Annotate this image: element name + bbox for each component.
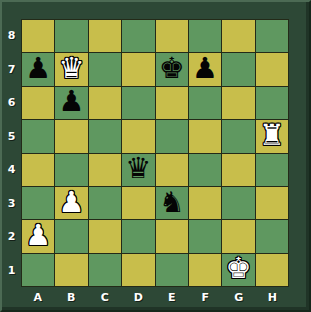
square-h8[interactable] bbox=[256, 20, 288, 52]
square-e5[interactable] bbox=[156, 120, 188, 152]
chess-board[interactable]: ♟♛♚♟♟♜♛♟♞♟♚ bbox=[21, 19, 289, 287]
file-label-b: B bbox=[55, 287, 89, 307]
square-g1[interactable]: ♚ bbox=[222, 254, 254, 286]
square-e1[interactable] bbox=[156, 254, 188, 286]
square-f6[interactable] bbox=[189, 87, 221, 119]
rank-label-4: 4 bbox=[2, 153, 21, 187]
rank-label-7: 7 bbox=[2, 53, 21, 87]
file-label-f: F bbox=[189, 287, 223, 307]
square-g8[interactable] bbox=[222, 20, 254, 52]
square-b8[interactable] bbox=[55, 20, 87, 52]
square-e4[interactable] bbox=[156, 154, 188, 186]
square-h5[interactable]: ♜ bbox=[256, 120, 288, 152]
piece-black-queen[interactable]: ♛ bbox=[125, 154, 151, 183]
square-g3[interactable] bbox=[222, 187, 254, 219]
square-e2[interactable] bbox=[156, 220, 188, 252]
square-g7[interactable] bbox=[222, 53, 254, 85]
board-frame: 87654321 ♟♛♚♟♟♜♛♟♞♟♚ ABCDEFGH bbox=[2, 2, 309, 310]
square-d1[interactable] bbox=[122, 254, 154, 286]
square-b7[interactable]: ♛ bbox=[55, 53, 87, 85]
file-label-a: A bbox=[21, 287, 55, 307]
square-g2[interactable] bbox=[222, 220, 254, 252]
piece-white-queen[interactable]: ♛ bbox=[59, 54, 85, 83]
piece-black-knight[interactable]: ♞ bbox=[159, 188, 185, 217]
square-h7[interactable] bbox=[256, 53, 288, 85]
rank-label-3: 3 bbox=[2, 187, 21, 221]
square-b2[interactable] bbox=[55, 220, 87, 252]
piece-white-rook[interactable]: ♜ bbox=[259, 121, 285, 150]
square-a7[interactable]: ♟ bbox=[22, 53, 54, 85]
square-c8[interactable] bbox=[89, 20, 121, 52]
square-c1[interactable] bbox=[89, 254, 121, 286]
square-e3[interactable]: ♞ bbox=[156, 187, 188, 219]
square-f2[interactable] bbox=[189, 220, 221, 252]
file-label-d: D bbox=[122, 287, 156, 307]
square-b4[interactable] bbox=[55, 154, 87, 186]
square-f1[interactable] bbox=[189, 254, 221, 286]
piece-black-pawn[interactable]: ♟ bbox=[59, 87, 85, 116]
square-c5[interactable] bbox=[89, 120, 121, 152]
file-label-h: H bbox=[256, 287, 290, 307]
square-c6[interactable] bbox=[89, 87, 121, 119]
square-c4[interactable] bbox=[89, 154, 121, 186]
file-label-c: C bbox=[88, 287, 122, 307]
chess-board-window: 87654321 ♟♛♚♟♟♜♛♟♞♟♚ ABCDEFGH bbox=[0, 0, 311, 312]
square-g5[interactable] bbox=[222, 120, 254, 152]
piece-white-pawn[interactable]: ♟ bbox=[59, 188, 85, 217]
rank-labels: 87654321 bbox=[2, 19, 21, 287]
square-b1[interactable] bbox=[55, 254, 87, 286]
rank-label-1: 1 bbox=[2, 254, 21, 288]
square-a4[interactable] bbox=[22, 154, 54, 186]
square-e6[interactable] bbox=[156, 87, 188, 119]
rank-label-6: 6 bbox=[2, 86, 21, 120]
square-c2[interactable] bbox=[89, 220, 121, 252]
square-a5[interactable] bbox=[22, 120, 54, 152]
square-h2[interactable] bbox=[256, 220, 288, 252]
piece-black-pawn[interactable]: ♟ bbox=[192, 54, 218, 83]
square-d5[interactable] bbox=[122, 120, 154, 152]
square-d8[interactable] bbox=[122, 20, 154, 52]
square-f3[interactable] bbox=[189, 187, 221, 219]
square-b6[interactable]: ♟ bbox=[55, 87, 87, 119]
square-c3[interactable] bbox=[89, 187, 121, 219]
square-f7[interactable]: ♟ bbox=[189, 53, 221, 85]
square-a6[interactable] bbox=[22, 87, 54, 119]
square-d6[interactable] bbox=[122, 87, 154, 119]
square-g4[interactable] bbox=[222, 154, 254, 186]
file-label-g: G bbox=[222, 287, 256, 307]
file-label-e: E bbox=[155, 287, 189, 307]
square-h1[interactable] bbox=[256, 254, 288, 286]
square-a8[interactable] bbox=[22, 20, 54, 52]
rank-label-5: 5 bbox=[2, 120, 21, 154]
square-b3[interactable]: ♟ bbox=[55, 187, 87, 219]
square-d3[interactable] bbox=[122, 187, 154, 219]
square-d4[interactable]: ♛ bbox=[122, 154, 154, 186]
square-f4[interactable] bbox=[189, 154, 221, 186]
square-f8[interactable] bbox=[189, 20, 221, 52]
square-a1[interactable] bbox=[22, 254, 54, 286]
square-e8[interactable] bbox=[156, 20, 188, 52]
rank-label-2: 2 bbox=[2, 220, 21, 254]
square-e7[interactable]: ♚ bbox=[156, 53, 188, 85]
square-b5[interactable] bbox=[55, 120, 87, 152]
rank-label-8: 8 bbox=[2, 19, 21, 53]
square-d7[interactable] bbox=[122, 53, 154, 85]
piece-black-king[interactable]: ♚ bbox=[159, 54, 185, 83]
piece-black-pawn[interactable]: ♟ bbox=[25, 54, 51, 83]
square-h3[interactable] bbox=[256, 187, 288, 219]
piece-white-pawn[interactable]: ♟ bbox=[25, 221, 51, 250]
square-d2[interactable] bbox=[122, 220, 154, 252]
square-h6[interactable] bbox=[256, 87, 288, 119]
piece-white-king[interactable]: ♚ bbox=[225, 254, 251, 283]
square-f5[interactable] bbox=[189, 120, 221, 152]
square-c7[interactable] bbox=[89, 53, 121, 85]
file-labels: ABCDEFGH bbox=[21, 287, 289, 307]
square-g6[interactable] bbox=[222, 87, 254, 119]
square-a3[interactable] bbox=[22, 187, 54, 219]
square-a2[interactable]: ♟ bbox=[22, 220, 54, 252]
square-h4[interactable] bbox=[256, 154, 288, 186]
